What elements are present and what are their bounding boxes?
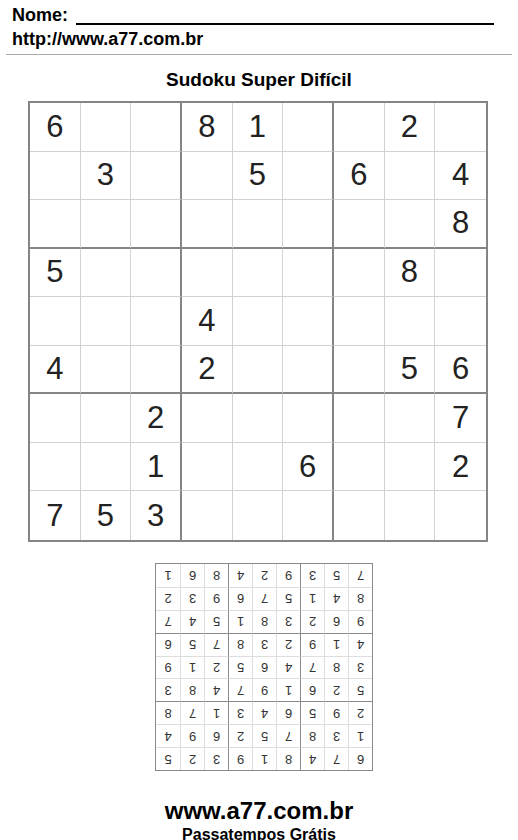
solution-cell-r4c6: 7	[228, 678, 252, 701]
solution-cell-r6c7: 7	[204, 633, 228, 656]
puzzle-cell-r3c4[interactable]	[182, 200, 233, 249]
puzzle-cell-r7c5[interactable]	[233, 394, 284, 443]
divider-line	[6, 54, 512, 55]
solution-cell-r8c5: 7	[252, 587, 276, 610]
solution-cell-r2c8: 9	[180, 724, 204, 747]
solution-cell-r9c3: 3	[300, 564, 324, 587]
puzzle-cell-r1c8[interactable]: 2	[385, 103, 436, 152]
solution-cell-r9c5: 2	[252, 564, 276, 587]
solution-cell-r6c4: 2	[276, 633, 300, 656]
puzzle-cell-r4c8[interactable]: 8	[385, 249, 436, 298]
solution-cell-r7c9: 7	[156, 610, 180, 633]
puzzle-cell-r7c2[interactable]	[81, 394, 132, 443]
name-label: Nome:	[12, 5, 68, 25]
puzzle-cell-r8c4[interactable]	[182, 443, 233, 492]
puzzle-cell-r1c5[interactable]: 1	[233, 103, 284, 152]
solution-cell-r9c8: 6	[180, 564, 204, 587]
solution-cell-r1c7: 3	[204, 747, 228, 770]
solution-cell-r2c4: 7	[276, 724, 300, 747]
puzzle-cell-r8c7[interactable]	[334, 443, 385, 492]
solution-cell-r9c4: 9	[276, 564, 300, 587]
solution-cell-r4c3: 6	[300, 678, 324, 701]
puzzle-cell-r1c1[interactable]: 6	[30, 103, 81, 152]
puzzle-cell-r2c1[interactable]	[30, 152, 81, 201]
solution-cell-r7c5: 8	[252, 610, 276, 633]
puzzle-cell-r6c6[interactable]	[283, 346, 334, 395]
puzzle-cell-r9c8[interactable]	[385, 491, 436, 540]
solution-cell-r4c4: 1	[276, 678, 300, 701]
puzzle-cell-r7c4[interactable]	[182, 394, 233, 443]
solution-cell-r9c7: 8	[204, 564, 228, 587]
puzzle-cell-r9c2[interactable]: 5	[81, 491, 132, 540]
solution-cell-r1c5: 1	[252, 747, 276, 770]
puzzle-cell-r2c3[interactable]	[131, 152, 182, 201]
solution-cell-r3c6: 3	[228, 701, 252, 724]
solution-cell-r6c2: 1	[324, 633, 348, 656]
solution-cell-r5c3: 7	[300, 656, 324, 679]
solution-cell-r8c6: 6	[228, 587, 252, 610]
puzzle-cell-r5c9[interactable]	[435, 297, 486, 346]
footer: www.a77.com.br Passatempos Grátis	[12, 797, 506, 840]
puzzle-cell-r5c8[interactable]	[385, 297, 436, 346]
solution-cell-r7c4: 3	[276, 610, 300, 633]
puzzle-cell-r8c6[interactable]: 6	[283, 443, 334, 492]
name-blank-line	[76, 8, 494, 25]
solution-cell-r1c8: 2	[180, 747, 204, 770]
solution-cell-r3c5: 4	[252, 701, 276, 724]
puzzle-cell-r2c6[interactable]	[283, 152, 334, 201]
puzzle-cell-r9c6[interactable]	[283, 491, 334, 540]
solution-cell-r4c9: 3	[156, 678, 180, 701]
puzzle-cell-r6c1[interactable]: 4	[30, 346, 81, 395]
puzzle-cell-r6c3[interactable]	[131, 346, 182, 395]
solution-cell-r7c3: 2	[300, 610, 324, 633]
solution-cell-r3c7: 1	[204, 701, 228, 724]
puzzle-cell-r4c1[interactable]: 5	[30, 249, 81, 298]
puzzle-cell-r4c4[interactable]	[182, 249, 233, 298]
solution-cell-r7c1: 9	[348, 610, 372, 633]
solution-cell-r7c6: 1	[228, 610, 252, 633]
puzzle-cell-r3c8[interactable]	[385, 200, 436, 249]
solution-cell-r2c7: 6	[204, 724, 228, 747]
puzzle-cell-r7c6[interactable]	[283, 394, 334, 443]
solution-cell-r7c7: 5	[204, 610, 228, 633]
puzzle-cell-r2c4[interactable]	[182, 152, 233, 201]
puzzle-cell-r5c4[interactable]: 4	[182, 297, 233, 346]
solution-cell-r5c2: 8	[324, 656, 348, 679]
solution-cell-r8c7: 9	[204, 587, 228, 610]
puzzle-title: Sudoku Super Difícil	[12, 69, 506, 91]
solution-cell-r3c9: 8	[156, 701, 180, 724]
solution-cell-r5c1: 3	[348, 656, 372, 679]
puzzle-cell-r9c1[interactable]: 7	[30, 491, 81, 540]
page: Nome: http://www.a77.com.br Sudoku Super…	[0, 0, 518, 840]
puzzle-cell-r6c8[interactable]: 5	[385, 346, 436, 395]
puzzle-cell-r6c2[interactable]	[81, 346, 132, 395]
puzzle-cell-r3c1[interactable]	[30, 200, 81, 249]
solution-cell-r1c3: 4	[300, 747, 324, 770]
solution-cell-r6c5: 3	[252, 633, 276, 656]
solution-cell-r4c2: 2	[324, 678, 348, 701]
sudoku-solution-grid-rotated: 6748193251387526942956431785261974833874…	[155, 563, 373, 771]
puzzle-cell-r2c8[interactable]	[385, 152, 436, 201]
puzzle-cell-r8c8[interactable]	[385, 443, 436, 492]
puzzle-cell-r3c7[interactable]	[334, 200, 385, 249]
solution-cell-r1c6: 9	[228, 747, 252, 770]
puzzle-cell-r7c3[interactable]: 2	[131, 394, 182, 443]
solution-cell-r7c8: 4	[180, 610, 204, 633]
puzzle-cell-r7c8[interactable]	[385, 394, 436, 443]
puzzle-cell-r1c6[interactable]	[283, 103, 334, 152]
puzzle-cell-r4c2[interactable]	[81, 249, 132, 298]
solution-cell-r6c8: 5	[180, 633, 204, 656]
solution-cell-r8c3: 1	[300, 587, 324, 610]
solution-cell-r5c6: 5	[228, 656, 252, 679]
solution-cell-r9c6: 4	[228, 564, 252, 587]
puzzle-cell-r6c9[interactable]: 6	[435, 346, 486, 395]
solution-cell-r1c2: 7	[324, 747, 348, 770]
solution-cell-r3c4: 6	[276, 701, 300, 724]
puzzle-cell-r1c2[interactable]	[81, 103, 132, 152]
solution-cell-r5c7: 2	[204, 656, 228, 679]
footer-tagline: Passatempos Grátis	[12, 825, 506, 840]
puzzle-cell-r1c3[interactable]	[131, 103, 182, 152]
puzzle-cell-r2c2[interactable]: 3	[81, 152, 132, 201]
puzzle-cell-r2c7[interactable]: 6	[334, 152, 385, 201]
puzzle-cell-r8c1[interactable]	[30, 443, 81, 492]
puzzle-cell-r4c3[interactable]	[131, 249, 182, 298]
solution-cell-r1c1: 6	[348, 747, 372, 770]
solution-cell-r7c2: 6	[324, 610, 348, 633]
sudoku-puzzle-grid: 681235648584425627162753	[28, 101, 488, 542]
solution-cell-r2c9: 4	[156, 724, 180, 747]
solution-cell-r8c4: 5	[276, 587, 300, 610]
solution-cell-r4c8: 8	[180, 678, 204, 701]
name-row: Nome:	[12, 5, 506, 25]
puzzle-cell-r5c3[interactable]	[131, 297, 182, 346]
solution-cell-r5c8: 1	[180, 656, 204, 679]
puzzle-cell-r7c7[interactable]	[334, 394, 385, 443]
puzzle-cell-r5c6[interactable]	[283, 297, 334, 346]
solution-cell-r6c6: 8	[228, 633, 252, 656]
puzzle-cell-r5c1[interactable]	[30, 297, 81, 346]
puzzle-cell-r7c9[interactable]: 7	[435, 394, 486, 443]
puzzle-cell-r4c7[interactable]	[334, 249, 385, 298]
puzzle-cell-r5c7[interactable]	[334, 297, 385, 346]
solution-cell-r5c9: 9	[156, 656, 180, 679]
puzzle-cell-r8c9[interactable]: 2	[435, 443, 486, 492]
puzzle-cell-r9c5[interactable]	[233, 491, 284, 540]
solution-cell-r8c1: 8	[348, 587, 372, 610]
puzzle-cell-r6c4[interactable]: 2	[182, 346, 233, 395]
solution-cell-r4c7: 4	[204, 678, 228, 701]
puzzle-cell-r4c6[interactable]	[283, 249, 334, 298]
puzzle-cell-r3c6[interactable]	[283, 200, 334, 249]
puzzle-cell-r8c3[interactable]: 1	[131, 443, 182, 492]
solution-cell-r3c3: 5	[300, 701, 324, 724]
solution-cell-r5c4: 4	[276, 656, 300, 679]
site-url-text: http://www.a77.com.br	[12, 28, 506, 50]
puzzle-cell-r3c3[interactable]	[131, 200, 182, 249]
puzzle-cell-r1c4[interactable]: 8	[182, 103, 233, 152]
puzzle-cell-r8c5[interactable]	[233, 443, 284, 492]
puzzle-cell-r8c2[interactable]	[81, 443, 132, 492]
puzzle-cell-r5c5[interactable]	[233, 297, 284, 346]
solution-cell-r2c2: 3	[324, 724, 348, 747]
solution-cell-r3c1: 2	[348, 701, 372, 724]
solution-cell-r6c3: 9	[300, 633, 324, 656]
puzzle-cell-r9c9[interactable]	[435, 491, 486, 540]
solution-cell-r1c9: 5	[156, 747, 180, 770]
solution-cell-r4c5: 9	[252, 678, 276, 701]
puzzle-cell-r1c7[interactable]	[334, 103, 385, 152]
solution-cell-r3c2: 9	[324, 701, 348, 724]
puzzle-cell-r6c7[interactable]	[334, 346, 385, 395]
solution-cell-r9c9: 1	[156, 564, 180, 587]
solution-cell-r2c3: 8	[300, 724, 324, 747]
puzzle-cell-r7c1[interactable]	[30, 394, 81, 443]
puzzle-cell-r9c4[interactable]	[182, 491, 233, 540]
puzzle-cell-r3c9[interactable]: 8	[435, 200, 486, 249]
solution-cell-r2c5: 5	[252, 724, 276, 747]
footer-site-text: www.a77.com.br	[12, 797, 506, 824]
puzzle-cell-r9c3[interactable]: 3	[131, 491, 182, 540]
solution-cell-r9c1: 7	[348, 564, 372, 587]
solution-cell-r8c9: 2	[156, 587, 180, 610]
puzzle-cell-r5c2[interactable]	[81, 297, 132, 346]
solution-cell-r5c5: 6	[252, 656, 276, 679]
solution-cell-r8c8: 3	[180, 587, 204, 610]
puzzle-cell-r6c5[interactable]	[233, 346, 284, 395]
solution-cell-r2c6: 2	[228, 724, 252, 747]
solution-cell-r3c8: 7	[180, 701, 204, 724]
puzzle-cell-r3c5[interactable]	[233, 200, 284, 249]
puzzle-cell-r3c2[interactable]	[81, 200, 132, 249]
solution-cell-r8c2: 4	[324, 587, 348, 610]
solution-cell-r4c1: 5	[348, 678, 372, 701]
solution-cell-r1c4: 8	[276, 747, 300, 770]
solution-cell-r9c2: 5	[324, 564, 348, 587]
puzzle-cell-r2c5[interactable]: 5	[233, 152, 284, 201]
puzzle-cell-r4c5[interactable]	[233, 249, 284, 298]
puzzle-cell-r2c9[interactable]: 4	[435, 152, 486, 201]
puzzle-cell-r1c9[interactable]	[435, 103, 486, 152]
puzzle-cell-r4c9[interactable]	[435, 249, 486, 298]
solution-cell-r6c9: 6	[156, 633, 180, 656]
puzzle-cell-r9c7[interactable]	[334, 491, 385, 540]
solution-cell-r2c1: 1	[348, 724, 372, 747]
solution-cell-r6c1: 4	[348, 633, 372, 656]
